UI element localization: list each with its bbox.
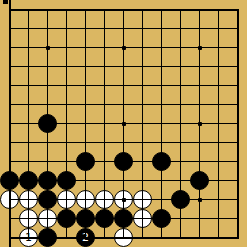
board-vertical-line xyxy=(47,9,48,239)
go-board-diagram: 21 xyxy=(0,0,247,247)
board-edge-mark xyxy=(3,0,8,4)
board-vertical-line xyxy=(85,9,86,239)
board-vertical-line xyxy=(123,9,124,239)
board-horizontal-line xyxy=(9,104,239,105)
board-vertical-line xyxy=(66,9,67,239)
board-vertical-line xyxy=(9,0,11,247)
board-horizontal-line xyxy=(9,47,239,48)
board-horizontal-line xyxy=(9,9,239,11)
board-vertical-line xyxy=(28,9,29,239)
board-horizontal-line xyxy=(9,85,239,86)
board-horizontal-line xyxy=(9,66,239,67)
board-vertical-line xyxy=(104,9,105,239)
board-horizontal-line xyxy=(9,28,239,29)
